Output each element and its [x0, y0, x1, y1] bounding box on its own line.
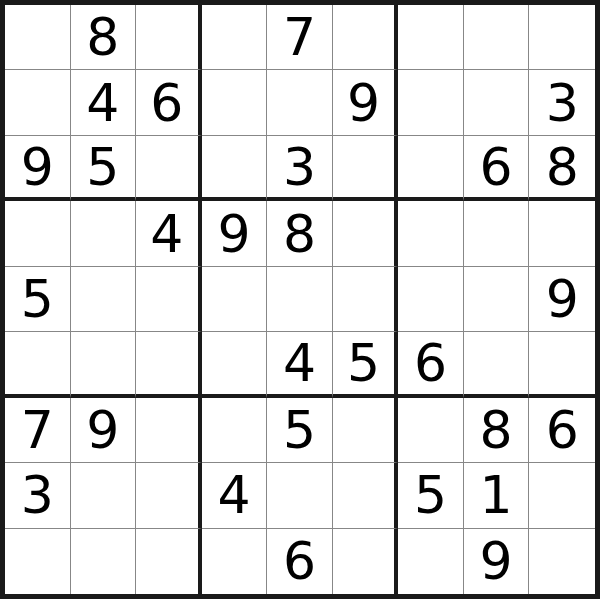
cell-r1c8-empty[interactable]: [464, 5, 530, 70]
cell-r5c2-empty[interactable]: [71, 267, 137, 332]
cell-r5c1-given[interactable]: 5: [5, 267, 71, 332]
cell-r9c4-empty[interactable]: [202, 529, 268, 594]
cell-r7c6-empty[interactable]: [333, 398, 399, 463]
cell-r9c3-empty[interactable]: [136, 529, 202, 594]
cell-r2c2-given[interactable]: 4: [71, 70, 137, 135]
cell-r3c3-empty[interactable]: [136, 136, 202, 201]
cell-r1c1-empty[interactable]: [5, 5, 71, 70]
cell-r6c4-empty[interactable]: [202, 332, 268, 397]
cell-r6c9-empty[interactable]: [529, 332, 595, 397]
cell-r2c5-empty[interactable]: [267, 70, 333, 135]
cell-r8c9-empty[interactable]: [529, 463, 595, 528]
cell-r9c2-empty[interactable]: [71, 529, 137, 594]
cell-r4c8-empty[interactable]: [464, 201, 530, 266]
cell-r1c5-given[interactable]: 7: [267, 5, 333, 70]
cell-r9c6-empty[interactable]: [333, 529, 399, 594]
cell-r1c4-empty[interactable]: [202, 5, 268, 70]
cell-r9c7-empty[interactable]: [398, 529, 464, 594]
cell-r4c7-empty[interactable]: [398, 201, 464, 266]
cell-r6c1-empty[interactable]: [5, 332, 71, 397]
cell-r4c4-given[interactable]: 9: [202, 201, 268, 266]
cell-r5c9-given[interactable]: 9: [529, 267, 595, 332]
cell-r6c5-given[interactable]: 4: [267, 332, 333, 397]
cell-r4c6-empty[interactable]: [333, 201, 399, 266]
cell-r8c4-given[interactable]: 4: [202, 463, 268, 528]
cell-r5c8-empty[interactable]: [464, 267, 530, 332]
cell-r4c1-empty[interactable]: [5, 201, 71, 266]
cell-r4c2-empty[interactable]: [71, 201, 137, 266]
cell-r5c6-empty[interactable]: [333, 267, 399, 332]
cell-r2c9-given[interactable]: 3: [529, 70, 595, 135]
cell-r7c2-given[interactable]: 9: [71, 398, 137, 463]
cell-r8c5-empty[interactable]: [267, 463, 333, 528]
sudoku-board: 874693953684985945679586345169: [0, 0, 600, 599]
cell-r7c9-given[interactable]: 6: [529, 398, 595, 463]
cell-r9c8-given[interactable]: 9: [464, 529, 530, 594]
cell-r1c3-empty[interactable]: [136, 5, 202, 70]
cell-r5c5-empty[interactable]: [267, 267, 333, 332]
cell-r4c9-empty[interactable]: [529, 201, 595, 266]
cell-r7c4-empty[interactable]: [202, 398, 268, 463]
cell-r3c5-given[interactable]: 3: [267, 136, 333, 201]
cell-r1c7-empty[interactable]: [398, 5, 464, 70]
cell-r8c3-empty[interactable]: [136, 463, 202, 528]
cell-r2c1-empty[interactable]: [5, 70, 71, 135]
cell-r2c6-given[interactable]: 9: [333, 70, 399, 135]
cell-r8c2-empty[interactable]: [71, 463, 137, 528]
cell-r2c3-given[interactable]: 6: [136, 70, 202, 135]
cell-r7c1-given[interactable]: 7: [5, 398, 71, 463]
cell-r3c7-empty[interactable]: [398, 136, 464, 201]
cell-r9c1-empty[interactable]: [5, 529, 71, 594]
cell-r6c3-empty[interactable]: [136, 332, 202, 397]
cell-r4c3-given[interactable]: 4: [136, 201, 202, 266]
cell-r2c7-empty[interactable]: [398, 70, 464, 135]
cell-r1c9-empty[interactable]: [529, 5, 595, 70]
cell-r2c4-empty[interactable]: [202, 70, 268, 135]
cell-r1c6-empty[interactable]: [333, 5, 399, 70]
cell-r9c5-given[interactable]: 6: [267, 529, 333, 594]
sudoku-page: 874693953684985945679586345169: [0, 0, 600, 599]
cell-r8c7-given[interactable]: 5: [398, 463, 464, 528]
cell-r6c6-given[interactable]: 5: [333, 332, 399, 397]
cell-r7c7-empty[interactable]: [398, 398, 464, 463]
cell-r5c4-empty[interactable]: [202, 267, 268, 332]
cell-r3c9-given[interactable]: 8: [529, 136, 595, 201]
cell-r6c8-empty[interactable]: [464, 332, 530, 397]
cell-r3c1-given[interactable]: 9: [5, 136, 71, 201]
cell-r8c6-empty[interactable]: [333, 463, 399, 528]
cell-r5c3-empty[interactable]: [136, 267, 202, 332]
cell-r7c3-empty[interactable]: [136, 398, 202, 463]
cell-r8c8-given[interactable]: 1: [464, 463, 530, 528]
cell-r7c8-given[interactable]: 8: [464, 398, 530, 463]
cell-r4c5-given[interactable]: 8: [267, 201, 333, 266]
cell-r9c9-empty[interactable]: [529, 529, 595, 594]
cell-r3c4-empty[interactable]: [202, 136, 268, 201]
cell-r2c8-empty[interactable]: [464, 70, 530, 135]
cell-r6c2-empty[interactable]: [71, 332, 137, 397]
cell-r6c7-given[interactable]: 6: [398, 332, 464, 397]
cell-r3c2-given[interactable]: 5: [71, 136, 137, 201]
cell-r3c6-empty[interactable]: [333, 136, 399, 201]
cell-r5c7-empty[interactable]: [398, 267, 464, 332]
cell-r7c5-given[interactable]: 5: [267, 398, 333, 463]
cell-r3c8-given[interactable]: 6: [464, 136, 530, 201]
cell-r1c2-given[interactable]: 8: [71, 5, 137, 70]
cell-r8c1-given[interactable]: 3: [5, 463, 71, 528]
